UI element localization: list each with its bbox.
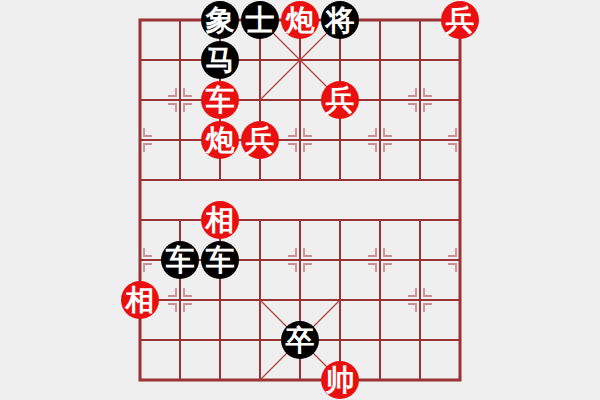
- black-elephant[interactable]: 象: [201, 1, 239, 39]
- red-cannon-1[interactable]: 炮: [281, 1, 319, 39]
- red-soldier-3[interactable]: 兵: [241, 121, 279, 159]
- black-advisor[interactable]: 士: [241, 1, 279, 39]
- red-elephant-2[interactable]: 相: [121, 281, 159, 319]
- red-general[interactable]: 帅: [321, 361, 359, 399]
- red-soldier-1[interactable]: 兵: [441, 1, 479, 39]
- black-chariot-2[interactable]: 车: [201, 241, 239, 279]
- red-elephant-1[interactable]: 相: [201, 201, 239, 239]
- red-chariot[interactable]: 车: [201, 81, 239, 119]
- red-soldier-2[interactable]: 兵: [321, 81, 359, 119]
- black-horse[interactable]: 马: [201, 41, 239, 79]
- black-general[interactable]: 将: [321, 1, 359, 39]
- red-cannon-2[interactable]: 炮: [201, 121, 239, 159]
- black-soldier[interactable]: 卒: [281, 321, 319, 359]
- black-chariot-1[interactable]: 车: [161, 241, 199, 279]
- xiangqi-board-area: 象士炮将兵马车兵炮兵相车车相卒帅: [0, 0, 600, 400]
